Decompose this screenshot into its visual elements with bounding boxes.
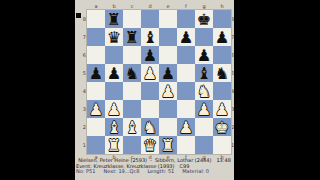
white-pawn[interactable]: ♟ [159, 82, 177, 100]
square-b7[interactable]: ♛ [105, 28, 123, 46]
square-a5[interactable]: ♟ [87, 64, 105, 82]
white-queen[interactable]: ♛ [141, 136, 159, 154]
square-f4[interactable] [177, 82, 195, 100]
square-h7[interactable]: ♟ [213, 28, 231, 46]
square-c8[interactable] [123, 10, 141, 28]
white-knight[interactable]: ♞ [141, 118, 159, 136]
letterbox-right [234, 0, 320, 180]
white-bishop[interactable]: ♝ [123, 118, 141, 136]
black-rook[interactable]: ♜ [123, 28, 141, 46]
square-d8[interactable] [141, 10, 159, 28]
square-f6[interactable] [177, 46, 195, 64]
white-rook[interactable]: ♜ [105, 136, 123, 154]
white-bishop[interactable]: ♝ [105, 118, 123, 136]
square-c4[interactable] [123, 82, 141, 100]
square-d7[interactable]: ♝ [141, 28, 159, 46]
rank-label-1: 1 [81, 136, 86, 154]
square-c5[interactable]: ♞ [123, 64, 141, 82]
game-number: No: P51 [76, 168, 95, 174]
file-label-d: d [141, 3, 159, 9]
letterbox-left [0, 0, 75, 180]
white-pawn[interactable]: ♟ [213, 100, 231, 118]
square-f7[interactable]: ♟ [177, 28, 195, 46]
square-h8[interactable] [213, 10, 231, 28]
square-f1[interactable] [177, 136, 195, 154]
square-g8[interactable]: ♚ [195, 10, 213, 28]
rank-label-6: 6 [81, 46, 86, 64]
square-d3[interactable] [141, 100, 159, 118]
file-label-h: h [213, 3, 231, 9]
square-b4[interactable] [105, 82, 123, 100]
square-e1[interactable]: ♜ [159, 136, 177, 154]
black-knight[interactable]: ♞ [123, 64, 141, 82]
white-rook[interactable]: ♜ [159, 136, 177, 154]
square-b1[interactable]: ♜ [105, 136, 123, 154]
black-pawn[interactable]: ♟ [87, 64, 105, 82]
black-rook[interactable]: ♜ [105, 10, 123, 28]
square-g4[interactable]: ♞ [195, 82, 213, 100]
game-panel: abcdefgh abcdefgh 87654321 87654321 ♜♚♛♜… [75, 0, 234, 180]
square-h6[interactable] [213, 46, 231, 64]
square-a2[interactable] [87, 118, 105, 136]
black-bishop[interactable]: ♝ [195, 64, 213, 82]
square-b3[interactable]: ♟ [105, 100, 123, 118]
black-knight[interactable]: ♞ [213, 64, 231, 82]
square-f3[interactable] [177, 100, 195, 118]
square-d2[interactable]: ♞ [141, 118, 159, 136]
square-h2[interactable]: ♚ [213, 118, 231, 136]
square-e4[interactable]: ♟ [159, 82, 177, 100]
square-c6[interactable] [123, 46, 141, 64]
white-king[interactable]: ♚ [213, 118, 231, 136]
square-c1[interactable] [123, 136, 141, 154]
square-a3[interactable]: ♟ [87, 100, 105, 118]
rank-label-7: 7 [81, 28, 86, 46]
black-pawn[interactable]: ♟ [177, 28, 195, 46]
rank-label-4: 4 [81, 82, 86, 100]
square-e5[interactable]: ♟ [159, 64, 177, 82]
file-label-b: b [105, 3, 123, 9]
square-a8[interactable] [87, 10, 105, 28]
square-b8[interactable]: ♜ [105, 10, 123, 28]
material-balance: Material: 0 [182, 168, 209, 174]
rank-label-3: 3 [81, 100, 86, 118]
black-king[interactable]: ♚ [195, 10, 213, 28]
square-f5[interactable] [177, 64, 195, 82]
square-c3[interactable] [123, 100, 141, 118]
black-pawn[interactable]: ♟ [105, 64, 123, 82]
square-b2[interactable]: ♝ [105, 118, 123, 136]
white-pawn[interactable]: ♟ [105, 100, 123, 118]
square-h4[interactable] [213, 82, 231, 100]
file-label-g: g [195, 3, 213, 9]
square-e2[interactable] [159, 118, 177, 136]
status-line: No: P51Next: 19...Qc8Length: 51Material:… [75, 169, 235, 174]
file-labels-top: abcdefgh [87, 3, 231, 9]
black-pawn[interactable]: ♟ [141, 46, 159, 64]
black-pawn[interactable]: ♟ [159, 64, 177, 82]
square-g1[interactable] [195, 136, 213, 154]
square-a6[interactable] [87, 46, 105, 64]
white-knight[interactable]: ♞ [195, 82, 213, 100]
white-pawn[interactable]: ♟ [141, 64, 159, 82]
file-label-a: a [87, 3, 105, 9]
square-e6[interactable] [159, 46, 177, 64]
file-label-e: e [159, 3, 177, 9]
square-g2[interactable] [195, 118, 213, 136]
square-g5[interactable]: ♝ [195, 64, 213, 82]
square-d4[interactable] [141, 82, 159, 100]
square-d5[interactable]: ♟ [141, 64, 159, 82]
square-e8[interactable] [159, 10, 177, 28]
square-g6[interactable]: ♟ [195, 46, 213, 64]
black-queen[interactable]: ♛ [105, 28, 123, 46]
rank-label-8: 8 [81, 10, 86, 28]
square-g3[interactable]: ♟ [195, 100, 213, 118]
square-b6[interactable] [105, 46, 123, 64]
square-a1[interactable] [87, 136, 105, 154]
rank-label-2: 2 [81, 118, 86, 136]
black-pawn[interactable]: ♟ [195, 46, 213, 64]
game-length: Length: 51 [147, 168, 174, 174]
square-a7[interactable] [87, 28, 105, 46]
black-bishop[interactable]: ♝ [141, 28, 159, 46]
clock: 13:48 [216, 157, 230, 163]
square-e7[interactable] [159, 28, 177, 46]
square-h1[interactable] [213, 136, 231, 154]
square-a4[interactable] [87, 82, 105, 100]
square-c2[interactable]: ♝ [123, 118, 141, 136]
square-f2[interactable]: ♟ [177, 118, 195, 136]
square-c7[interactable]: ♜ [123, 28, 141, 46]
square-h3[interactable]: ♟ [213, 100, 231, 118]
square-b5[interactable]: ♟ [105, 64, 123, 82]
square-d6[interactable]: ♟ [141, 46, 159, 64]
rank-labels-left: 87654321 [81, 10, 86, 154]
square-g7[interactable] [195, 28, 213, 46]
file-label-f: f [177, 3, 195, 9]
square-d1[interactable]: ♛ [141, 136, 159, 154]
white-pawn[interactable]: ♟ [87, 100, 105, 118]
file-label-c: c [123, 3, 141, 9]
black-pawn[interactable]: ♟ [213, 28, 231, 46]
white-pawn[interactable]: ♟ [177, 118, 195, 136]
rank-label-5: 5 [81, 64, 86, 82]
square-h5[interactable]: ♞ [213, 64, 231, 82]
board: ♜♚♛♜♝♟♟♟♟♟♟♞♟♟♝♞♟♞♟♟♟♟♝♝♞♟♚♜♛♜ [87, 10, 231, 154]
white-pawn[interactable]: ♟ [195, 100, 213, 118]
square-e3[interactable] [159, 100, 177, 118]
square-f8[interactable] [177, 10, 195, 28]
next-move: Next: 19...Qc8 [103, 168, 139, 174]
